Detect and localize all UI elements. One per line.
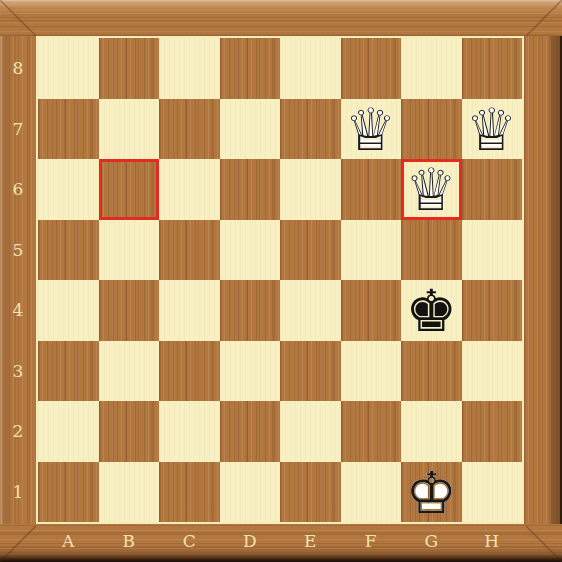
- square-e4[interactable]: [280, 280, 341, 341]
- file-label-b: B: [99, 526, 160, 556]
- square-g7[interactable]: [401, 99, 462, 160]
- black-king-g4[interactable]: ♚: [401, 280, 462, 341]
- rank-label-6: 6: [0, 159, 36, 220]
- square-e1[interactable]: [280, 462, 341, 523]
- square-d4[interactable]: [220, 280, 281, 341]
- square-f7[interactable]: ♛♕: [341, 99, 402, 160]
- file-label-d: D: [220, 526, 281, 556]
- square-e3[interactable]: [280, 341, 341, 402]
- square-a4[interactable]: [38, 280, 99, 341]
- square-f6[interactable]: [341, 159, 402, 220]
- square-g1[interactable]: ♚♔: [401, 462, 462, 523]
- square-e5[interactable]: [280, 220, 341, 281]
- square-h8[interactable]: [462, 38, 523, 99]
- piece-outline-glyph: ♕: [341, 99, 402, 160]
- square-d8[interactable]: [220, 38, 281, 99]
- rank-label-8: 8: [0, 38, 36, 99]
- rank-label-2: 2: [0, 401, 36, 462]
- square-h5[interactable]: [462, 220, 523, 281]
- file-label-a: A: [38, 526, 99, 556]
- rank-label-7: 7: [0, 99, 36, 160]
- square-a6[interactable]: [38, 159, 99, 220]
- square-b4[interactable]: [99, 280, 160, 341]
- chess-board: ♛♕♛♕♛♕♚♚♔: [38, 38, 522, 522]
- file-label-f: F: [341, 526, 402, 556]
- square-a5[interactable]: [38, 220, 99, 281]
- square-g8[interactable]: [401, 38, 462, 99]
- rank-label-3: 3: [0, 341, 36, 402]
- square-c5[interactable]: [159, 220, 220, 281]
- square-f8[interactable]: [341, 38, 402, 99]
- chess-app: 87654321 ABCDEFGH ♛♕♛♕♛♕♚♚♔: [0, 0, 562, 562]
- square-h7[interactable]: ♛♕: [462, 99, 523, 160]
- square-d1[interactable]: [220, 462, 281, 523]
- square-f3[interactable]: [341, 341, 402, 402]
- white-queen-h7[interactable]: ♛♕: [462, 99, 523, 160]
- square-d7[interactable]: [220, 99, 281, 160]
- square-g3[interactable]: [401, 341, 462, 402]
- square-d5[interactable]: [220, 220, 281, 281]
- square-c7[interactable]: [159, 99, 220, 160]
- square-b7[interactable]: [99, 99, 160, 160]
- square-g6[interactable]: ♛♕: [401, 159, 462, 220]
- square-b3[interactable]: [99, 341, 160, 402]
- square-b6[interactable]: [99, 159, 160, 220]
- square-e6[interactable]: [280, 159, 341, 220]
- square-c3[interactable]: [159, 341, 220, 402]
- square-b5[interactable]: [99, 220, 160, 281]
- square-c2[interactable]: [159, 401, 220, 462]
- frame-right: [524, 36, 562, 524]
- square-a2[interactable]: [38, 401, 99, 462]
- square-e7[interactable]: [280, 99, 341, 160]
- file-label-c: C: [159, 526, 220, 556]
- white-queen-g6[interactable]: ♛♕: [401, 159, 462, 220]
- square-c6[interactable]: [159, 159, 220, 220]
- square-e8[interactable]: [280, 38, 341, 99]
- frame-top: [0, 0, 562, 36]
- square-d6[interactable]: [220, 159, 281, 220]
- square-a7[interactable]: [38, 99, 99, 160]
- square-g4[interactable]: ♚: [401, 280, 462, 341]
- piece-fill-glyph: ♚: [401, 280, 462, 341]
- square-f5[interactable]: [341, 220, 402, 281]
- square-h2[interactable]: [462, 401, 523, 462]
- white-queen-f7[interactable]: ♛♕: [341, 99, 402, 160]
- square-g2[interactable]: [401, 401, 462, 462]
- square-g5[interactable]: [401, 220, 462, 281]
- square-c8[interactable]: [159, 38, 220, 99]
- square-b8[interactable]: [99, 38, 160, 99]
- square-h1[interactable]: [462, 462, 523, 523]
- square-a1[interactable]: [38, 462, 99, 523]
- square-h3[interactable]: [462, 341, 523, 402]
- file-label-g: G: [401, 526, 462, 556]
- file-label-h: H: [462, 526, 523, 556]
- piece-outline-glyph: ♕: [401, 159, 462, 220]
- square-c1[interactable]: [159, 462, 220, 523]
- square-h4[interactable]: [462, 280, 523, 341]
- square-c4[interactable]: [159, 280, 220, 341]
- rank-label-5: 5: [0, 220, 36, 281]
- rank-label-1: 1: [0, 462, 36, 523]
- rank-labels: 87654321: [0, 38, 36, 522]
- square-h6[interactable]: [462, 159, 523, 220]
- rank-label-4: 4: [0, 280, 36, 341]
- square-a8[interactable]: [38, 38, 99, 99]
- white-king-g1[interactable]: ♚♔: [401, 462, 462, 523]
- square-e2[interactable]: [280, 401, 341, 462]
- square-a3[interactable]: [38, 341, 99, 402]
- square-b1[interactable]: [99, 462, 160, 523]
- square-d2[interactable]: [220, 401, 281, 462]
- square-d3[interactable]: [220, 341, 281, 402]
- square-b2[interactable]: [99, 401, 160, 462]
- square-f2[interactable]: [341, 401, 402, 462]
- file-labels: ABCDEFGH: [38, 526, 522, 556]
- piece-outline-glyph: ♔: [401, 462, 462, 523]
- square-f4[interactable]: [341, 280, 402, 341]
- piece-outline-glyph: ♕: [462, 99, 523, 160]
- square-f1[interactable]: [341, 462, 402, 523]
- file-label-e: E: [280, 526, 341, 556]
